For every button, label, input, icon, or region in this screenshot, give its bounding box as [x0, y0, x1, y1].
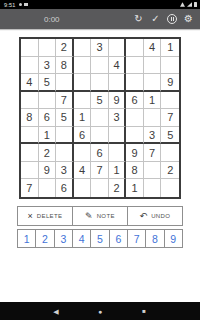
cell-r6c5[interactable] — [91, 127, 109, 145]
numpad: 123456789 — [17, 229, 183, 248]
cell-r6c4[interactable]: 6 — [74, 127, 92, 145]
cell-r8c6[interactable]: 1 — [109, 162, 127, 180]
delete-x-icon: × — [27, 212, 32, 221]
cell-r8c4[interactable]: 4 — [74, 162, 92, 180]
cell-r5c4[interactable]: 1 — [74, 109, 92, 127]
cell-r3c1[interactable]: 4 — [21, 74, 39, 92]
android-nav-bar: ◀ ● ■ — [0, 302, 200, 320]
note-label: NOTE — [97, 213, 115, 219]
cell-r6c7[interactable] — [126, 127, 144, 145]
nav-recents-icon[interactable]: ■ — [140, 308, 148, 315]
cell-r7c9[interactable] — [161, 144, 179, 162]
pause-icon[interactable] — [167, 14, 177, 24]
wifi-icon — [180, 2, 185, 7]
cell-r7c4[interactable] — [74, 144, 92, 162]
cell-r7c8[interactable]: 7 — [144, 144, 162, 162]
system-icons — [180, 2, 197, 7]
cell-r9c9[interactable] — [161, 179, 179, 197]
cell-r1c5[interactable]: 3 — [91, 39, 109, 57]
cell-r8c2[interactable]: 9 — [39, 162, 57, 180]
cell-r3c3[interactable] — [56, 74, 74, 92]
cell-r2c3[interactable]: 8 — [56, 57, 74, 75]
cell-r9c8[interactable] — [144, 179, 162, 197]
settings-gear-icon[interactable]: ⚙ — [183, 14, 194, 24]
cell-r9c3[interactable]: 6 — [56, 179, 74, 197]
cell-r3c9[interactable]: 9 — [161, 74, 179, 92]
cell-r7c5[interactable]: 6 — [91, 144, 109, 162]
cell-r2c6[interactable]: 4 — [109, 57, 127, 75]
numpad-6[interactable]: 6 — [109, 229, 128, 248]
cell-r3c7[interactable] — [126, 74, 144, 92]
cell-r3c8[interactable] — [144, 74, 162, 92]
pencil-icon: ✎ — [85, 212, 93, 221]
check-solution-icon[interactable]: ✓ — [150, 14, 161, 24]
app-bar: 0:00 ↻ ✓ ⚙ — [0, 9, 200, 29]
cell-r5c3[interactable]: 5 — [56, 109, 74, 127]
battery-icon — [194, 2, 197, 7]
numpad-9[interactable]: 9 — [164, 229, 183, 248]
delete-button[interactable]: × DELETE — [17, 206, 73, 226]
cell-r6c1[interactable] — [21, 127, 39, 145]
cell-r4c3[interactable]: 7 — [56, 92, 74, 110]
cell-r3c5[interactable] — [91, 74, 109, 92]
signal-icon — [187, 2, 192, 7]
notification-icon — [24, 3, 28, 7]
cell-r9c4[interactable] — [74, 179, 92, 197]
nav-home-icon[interactable]: ● — [96, 308, 104, 315]
cell-r6c3[interactable] — [56, 127, 74, 145]
cell-r1c3[interactable]: 2 — [56, 39, 74, 57]
numpad-3[interactable]: 3 — [54, 229, 73, 248]
cell-r8c7[interactable]: 8 — [126, 162, 144, 180]
cell-r1c9[interactable]: 1 — [161, 39, 179, 57]
cell-r6c9[interactable]: 5 — [161, 127, 179, 145]
cell-r7c3[interactable] — [56, 144, 74, 162]
status-time: 9:51 — [4, 2, 16, 8]
cell-r4c8[interactable]: 1 — [144, 92, 162, 110]
cell-r1c6[interactable] — [109, 39, 127, 57]
undo-label: UNDO — [151, 213, 170, 219]
cell-r5c1[interactable]: 8 — [21, 109, 39, 127]
cell-r4c5[interactable]: 5 — [91, 92, 109, 110]
cell-r5c5[interactable] — [91, 109, 109, 127]
notification-icons — [19, 3, 28, 7]
numpad-7[interactable]: 7 — [127, 229, 146, 248]
numpad-5[interactable]: 5 — [90, 229, 109, 248]
delete-label: DELETE — [37, 213, 63, 219]
cell-r8c8[interactable] — [144, 162, 162, 180]
cell-r2c5[interactable] — [91, 57, 109, 75]
app-bar-actions: ↻ ✓ ⚙ — [133, 14, 194, 24]
cell-r7c2[interactable]: 2 — [39, 144, 57, 162]
cell-r2c8[interactable] — [144, 57, 162, 75]
cell-r5c2[interactable]: 6 — [39, 109, 57, 127]
note-button[interactable]: ✎ NOTE — [72, 206, 128, 226]
cell-r1c8[interactable]: 4 — [144, 39, 162, 57]
cell-r3c4[interactable] — [74, 74, 92, 92]
cell-r1c1[interactable] — [21, 39, 39, 57]
cell-r2c2[interactable]: 3 — [39, 57, 57, 75]
cell-r8c3[interactable]: 3 — [56, 162, 74, 180]
action-toolbar: × DELETE ✎ NOTE ↶ UNDO — [17, 206, 183, 226]
cell-r1c4[interactable] — [74, 39, 92, 57]
numpad-2[interactable]: 2 — [35, 229, 54, 248]
cell-r6c8[interactable]: 3 — [144, 127, 162, 145]
cell-r5c9[interactable]: 7 — [161, 109, 179, 127]
cell-r4c7[interactable]: 6 — [126, 92, 144, 110]
nav-back-icon[interactable]: ◀ — [52, 308, 60, 315]
cell-r2c9[interactable] — [161, 57, 179, 75]
sudoku-app-screen: 9:51 0:00 ↻ ✓ ⚙ 234138445975961865137163… — [0, 0, 200, 320]
numpad-1[interactable]: 1 — [17, 229, 36, 248]
cell-r4c1[interactable] — [21, 92, 39, 110]
notification-icon — [19, 3, 23, 7]
cell-r2c4[interactable] — [74, 57, 92, 75]
cell-r8c1[interactable] — [21, 162, 39, 180]
cell-r7c7[interactable]: 9 — [126, 144, 144, 162]
cell-r9c5[interactable] — [91, 179, 109, 197]
cell-r1c7[interactable] — [126, 39, 144, 57]
cell-r8c5[interactable]: 7 — [91, 162, 109, 180]
cell-r9c1[interactable]: 7 — [21, 179, 39, 197]
cell-r7c6[interactable] — [109, 144, 127, 162]
undo-arrow-icon: ↶ — [140, 212, 148, 221]
cell-r1c2[interactable] — [39, 39, 57, 57]
cell-r9c2[interactable] — [39, 179, 57, 197]
cell-r3c6[interactable] — [109, 74, 127, 92]
game-timer: 0:00 — [44, 9, 60, 29]
cell-r4c2[interactable] — [39, 92, 57, 110]
cell-r6c2[interactable]: 1 — [39, 127, 57, 145]
cell-r4c9[interactable] — [161, 92, 179, 110]
cell-r3c2[interactable]: 5 — [39, 74, 57, 92]
cell-r4c6[interactable]: 9 — [109, 92, 127, 110]
cell-r5c8[interactable] — [144, 109, 162, 127]
sudoku-grid: 2341384459759618651371635269793471827621 — [19, 37, 181, 199]
cell-r2c7[interactable] — [126, 57, 144, 75]
undo-button[interactable]: ↶ UNDO — [127, 206, 183, 226]
cell-r7c1[interactable] — [21, 144, 39, 162]
numpad-4[interactable]: 4 — [72, 229, 91, 248]
cell-r5c6[interactable]: 3 — [109, 109, 127, 127]
cell-r8c9[interactable]: 2 — [161, 162, 179, 180]
cell-r5c7[interactable] — [126, 109, 144, 127]
cell-r2c1[interactable] — [21, 57, 39, 75]
restart-icon[interactable]: ↻ — [133, 14, 144, 24]
cell-r6c6[interactable] — [109, 127, 127, 145]
cell-r9c6[interactable]: 2 — [109, 179, 127, 197]
cell-r9c7[interactable]: 1 — [126, 179, 144, 197]
status-bar: 9:51 — [0, 0, 200, 9]
numpad-8[interactable]: 8 — [145, 229, 164, 248]
cell-r4c4[interactable] — [74, 92, 92, 110]
